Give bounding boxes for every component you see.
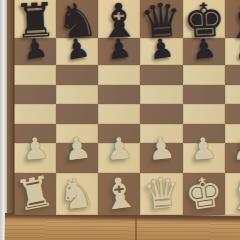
square-d5[interactable]: [140, 85, 182, 105]
square-f5[interactable]: [225, 85, 240, 105]
square-d1[interactable]: ♛: [140, 173, 182, 215]
board-fold-seam: [135, 215, 137, 240]
square-c1[interactable]: ♝: [98, 173, 140, 215]
square-a6[interactable]: [14, 65, 56, 85]
piece-white-pawn-d2[interactable]: ♟: [147, 133, 177, 166]
square-e4[interactable]: [183, 104, 225, 124]
piece-black-pawn-b7[interactable]: ♟: [63, 33, 92, 64]
piece-black-pawn-e7[interactable]: ♟: [190, 34, 217, 63]
piece-white-pawn-b2[interactable]: ♟: [62, 132, 92, 165]
square-e6[interactable]: [183, 65, 225, 85]
square-a5[interactable]: [14, 85, 56, 105]
square-f2[interactable]: ♟: [225, 143, 240, 173]
square-f1[interactable]: ♝: [225, 173, 240, 215]
piece-white-bishop-c1[interactable]: ♝: [98, 171, 140, 217]
square-f4[interactable]: [225, 104, 240, 124]
piece-white-pawn-f2[interactable]: ♟: [231, 133, 240, 165]
piece-white-pawn-a2[interactable]: ♟: [20, 133, 49, 165]
piece-white-queen-d1[interactable]: ♛: [141, 171, 182, 216]
square-c4[interactable]: [98, 104, 140, 124]
square-b5[interactable]: [56, 85, 98, 105]
chess-board[interactable]: ♜♞♝♛♚♝♞♜♟♟♟♟♟♟♟♟♟♟♟♟♟♟♟♟♜♞♝♛♚♝♞♜: [14, 0, 240, 215]
square-b4[interactable]: [56, 104, 98, 124]
square-d4[interactable]: [140, 104, 182, 124]
piece-white-bishop-f1[interactable]: ♝: [225, 171, 240, 217]
square-f8[interactable]: ♝: [225, 0, 240, 38]
piece-black-pawn-c7[interactable]: ♟: [106, 34, 133, 64]
piece-black-pawn-f7[interactable]: ♟: [232, 33, 240, 63]
piece-white-knight-b1[interactable]: ♞: [56, 171, 98, 217]
square-d6[interactable]: [140, 65, 182, 85]
piece-black-pawn-d7[interactable]: ♟: [147, 33, 175, 63]
square-b1[interactable]: ♞: [56, 173, 98, 215]
piece-black-pawn-a7[interactable]: ♟: [21, 33, 49, 63]
piece-white-pawn-c2[interactable]: ♟: [105, 133, 134, 165]
piece-white-rook-a1[interactable]: ♜: [13, 170, 58, 218]
square-c5[interactable]: [98, 85, 140, 105]
square-a4[interactable]: [14, 104, 56, 124]
square-f6[interactable]: [225, 65, 240, 85]
table-surface: [0, 0, 7, 240]
square-e5[interactable]: [183, 85, 225, 105]
chess-board-photo: ♜♞♝♛♚♝♞♜♟♟♟♟♟♟♟♟♟♟♟♟♟♟♟♟♜♞♝♛♚♝♞♜: [0, 0, 240, 240]
square-e1[interactable]: ♚: [183, 173, 225, 215]
square-c6[interactable]: [98, 65, 140, 85]
square-a1[interactable]: ♜: [14, 173, 56, 215]
piece-white-pawn-e2[interactable]: ♟: [189, 133, 218, 165]
piece-white-king-e1[interactable]: ♚: [182, 171, 225, 218]
square-b6[interactable]: [56, 65, 98, 85]
